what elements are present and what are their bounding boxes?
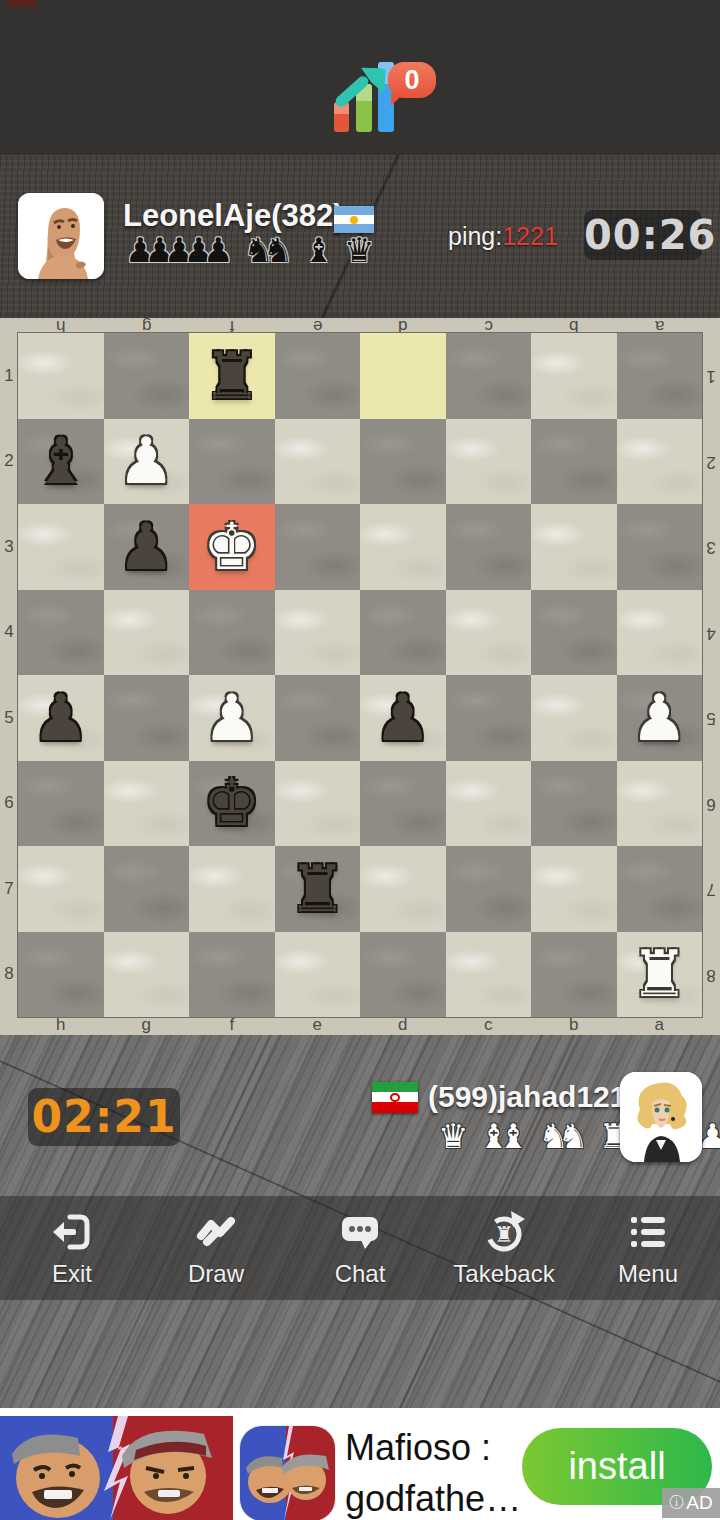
bottom-nav-bar: Exit Draw Chat ♜ Takeback — [0, 1196, 720, 1300]
black-king-f6: ♚ — [189, 761, 275, 847]
square-a1[interactable] — [617, 333, 703, 419]
captured-b-icon: ♝ — [498, 1116, 528, 1156]
square-c8[interactable] — [446, 932, 532, 1018]
square-e1[interactable] — [275, 333, 361, 419]
white-pawn-g2: ♟ — [104, 419, 190, 505]
square-g3[interactable]: ♟ — [104, 504, 190, 590]
square-a5[interactable]: ♟ — [617, 675, 703, 761]
ad-attribution-badge[interactable]: ⓘAD — [662, 1488, 720, 1518]
chess-board: ♜♝♟♟♚♟♟♟♟♚♜♜ — [18, 333, 702, 1017]
square-b3[interactable] — [531, 504, 617, 590]
menu-icon — [624, 1208, 672, 1256]
exit-icon — [48, 1208, 96, 1256]
ping-value: 1221 — [502, 222, 558, 250]
square-a8[interactable]: ♜ — [617, 932, 703, 1018]
square-f5[interactable]: ♟ — [189, 675, 275, 761]
coord-label: f — [189, 318, 275, 334]
black-rook-f1: ♜ — [189, 333, 275, 419]
ad-banner[interactable]: Mafioso : godfathe… install ⓘAD — [0, 1408, 720, 1520]
square-g8[interactable] — [104, 932, 190, 1018]
file-labels-top: hgfedcba — [18, 318, 702, 334]
square-d7[interactable] — [360, 846, 446, 932]
square-h3[interactable] — [18, 504, 104, 590]
coord-label: 8 — [0, 932, 18, 1018]
nav-label: Menu — [576, 1260, 720, 1288]
square-a2[interactable] — [617, 419, 703, 505]
rank-labels-right: 12345678 — [702, 333, 720, 1017]
captured-q-icon: ♛ — [438, 1116, 468, 1156]
square-c3[interactable] — [446, 504, 532, 590]
game-screen: 0 LeonelAje(382) ♟♟♟♟♟♞♞♝♛ ping:1221 00:… — [0, 0, 720, 1520]
black-bishop-h2: ♝ — [18, 419, 104, 505]
square-c4[interactable] — [446, 590, 532, 676]
coord-label: 1 — [702, 333, 720, 419]
square-c6[interactable] — [446, 761, 532, 847]
square-d8[interactable] — [360, 932, 446, 1018]
top-app-bar: 0 — [0, 0, 720, 155]
square-b7[interactable] — [531, 846, 617, 932]
white-rook-a8: ♜ — [617, 932, 703, 1018]
menu-button[interactable]: Menu — [576, 1208, 720, 1288]
square-a6[interactable] — [617, 761, 703, 847]
coord-label: h — [18, 1017, 104, 1035]
black-rook-e7: ♜ — [275, 846, 361, 932]
opponent-clock: 00:26 — [584, 210, 702, 260]
ad-title-line2: godfathe… — [345, 1473, 521, 1520]
coord-label: 8 — [702, 932, 720, 1018]
rank-labels-left: 12345678 — [0, 333, 18, 1017]
player-avatar[interactable] — [620, 1072, 702, 1162]
square-h4[interactable] — [18, 590, 104, 676]
square-c7[interactable] — [446, 846, 532, 932]
svg-text:♜: ♜ — [494, 1222, 514, 1247]
chat-icon — [336, 1208, 384, 1256]
captured-n-icon: ♞ — [263, 230, 293, 270]
coord-label: g — [104, 318, 190, 334]
square-d2[interactable] — [360, 419, 446, 505]
captured-b-icon: ♝ — [303, 230, 333, 270]
square-a4[interactable] — [617, 590, 703, 676]
captured-q-icon: ♛ — [344, 230, 374, 270]
square-g4[interactable] — [104, 590, 190, 676]
coord-label: e — [275, 1017, 361, 1035]
square-b2[interactable] — [531, 419, 617, 505]
square-e6[interactable] — [275, 761, 361, 847]
chess-board-panel: hgfedcba 12345678 12345678 ♜♝♟♟♚♟♟♟♟♚♜♜ … — [0, 318, 720, 1035]
file-labels-bottom: hgfedcba — [18, 1017, 702, 1035]
opponent-avatar[interactable] — [18, 193, 104, 279]
white-pawn-a5: ♟ — [617, 675, 703, 761]
coord-label: b — [531, 1017, 617, 1035]
exit-button[interactable]: Exit — [0, 1208, 144, 1288]
iran-flag — [372, 1082, 418, 1113]
square-e3[interactable] — [275, 504, 361, 590]
square-c5[interactable] — [446, 675, 532, 761]
square-f1[interactable]: ♜ — [189, 333, 275, 419]
square-g5[interactable] — [104, 675, 190, 761]
square-d4[interactable] — [360, 590, 446, 676]
ad-title[interactable]: Mafioso : godfathe… — [345, 1422, 521, 1520]
nav-label: Chat — [288, 1260, 432, 1288]
square-h5[interactable]: ♟ — [18, 675, 104, 761]
opponent-captured-pieces: ♟♟♟♟♟♞♞♝♛ — [125, 228, 374, 270]
chat-button[interactable]: Chat — [288, 1208, 432, 1288]
coord-label: h — [18, 318, 104, 334]
square-h7[interactable] — [18, 846, 104, 932]
square-c2[interactable] — [446, 419, 532, 505]
square-f2[interactable] — [189, 419, 275, 505]
square-g2[interactable]: ♟ — [104, 419, 190, 505]
handshake-icon — [192, 1208, 240, 1256]
coord-label: 5 — [0, 675, 18, 761]
coord-label: 4 — [702, 590, 720, 676]
coord-label: a — [617, 1017, 703, 1035]
square-d3[interactable] — [360, 504, 446, 590]
square-f6[interactable]: ♚ — [189, 761, 275, 847]
square-e8[interactable] — [275, 932, 361, 1018]
stats-chart-icon[interactable]: 0 — [330, 60, 450, 140]
square-e2[interactable] — [275, 419, 361, 505]
coord-label: 3 — [0, 504, 18, 590]
coord-label: 6 — [702, 761, 720, 847]
ad-creative-image[interactable] — [0, 1416, 233, 1520]
ad-title-line1: Mafioso : — [345, 1422, 521, 1473]
square-h1[interactable] — [18, 333, 104, 419]
square-h8[interactable] — [18, 932, 104, 1018]
captured-n-icon: ♞ — [558, 1116, 588, 1156]
square-h6[interactable] — [18, 761, 104, 847]
nav-label: Draw — [144, 1260, 288, 1288]
coord-label: d — [360, 318, 446, 334]
black-pawn-g3: ♟ — [104, 504, 190, 590]
square-h2[interactable]: ♝ — [18, 419, 104, 505]
square-f7[interactable] — [189, 846, 275, 932]
square-b5[interactable] — [531, 675, 617, 761]
square-d1[interactable] — [360, 333, 446, 419]
captured-p-icon: ♟ — [203, 230, 233, 270]
square-a3[interactable] — [617, 504, 703, 590]
coord-label: 4 — [0, 590, 18, 676]
square-a7[interactable] — [617, 846, 703, 932]
chart-arrow-head — [359, 67, 385, 93]
takeback-button[interactable]: ♜ Takeback — [432, 1208, 576, 1288]
ad-app-icon[interactable] — [240, 1426, 335, 1520]
coord-label: c — [446, 318, 532, 334]
coord-label: 7 — [0, 846, 18, 932]
square-f3[interactable]: ♚ — [189, 504, 275, 590]
ad-info-icon: ⓘ — [669, 1494, 683, 1512]
notification-badge[interactable]: 0 — [388, 62, 436, 98]
square-b6[interactable] — [531, 761, 617, 847]
white-pawn-f5: ♟ — [189, 675, 275, 761]
square-e4[interactable] — [275, 590, 361, 676]
square-b1[interactable] — [531, 333, 617, 419]
square-e7[interactable]: ♜ — [275, 846, 361, 932]
draw-button[interactable]: Draw — [144, 1208, 288, 1288]
coord-label: a — [617, 318, 703, 334]
black-pawn-d5: ♟ — [360, 675, 446, 761]
coord-label: d — [360, 1017, 446, 1035]
square-f4[interactable] — [189, 590, 275, 676]
coord-label: 5 — [702, 675, 720, 761]
coord-label: 2 — [702, 419, 720, 505]
square-d5[interactable]: ♟ — [360, 675, 446, 761]
square-e5[interactable] — [275, 675, 361, 761]
square-c1[interactable] — [446, 333, 532, 419]
coord-label: c — [446, 1017, 532, 1035]
square-g1[interactable] — [104, 333, 190, 419]
coord-label: 6 — [0, 761, 18, 847]
coord-label: 7 — [702, 846, 720, 932]
player-name: (599)jahad121 — [428, 1080, 626, 1114]
takeback-icon: ♜ — [480, 1208, 528, 1256]
coord-label: g — [104, 1017, 190, 1035]
square-g6[interactable] — [104, 761, 190, 847]
square-b8[interactable] — [531, 932, 617, 1018]
nav-label: Exit — [0, 1260, 144, 1288]
ping-indicator: ping:1221 — [448, 222, 558, 251]
status-chip — [8, 0, 36, 7]
square-b4[interactable] — [531, 590, 617, 676]
coord-label: b — [531, 318, 617, 334]
coord-label: f — [189, 1017, 275, 1035]
player-clock: 02:21 — [28, 1088, 180, 1146]
square-d6[interactable] — [360, 761, 446, 847]
coord-label: 3 — [702, 504, 720, 590]
square-f8[interactable] — [189, 932, 275, 1018]
square-g7[interactable] — [104, 846, 190, 932]
coord-label: e — [275, 318, 361, 334]
nav-label: Takeback — [432, 1260, 576, 1288]
ad-badge-label: AD — [686, 1492, 712, 1514]
black-pawn-h5: ♟ — [18, 675, 104, 761]
coord-label: 2 — [0, 419, 18, 505]
coord-label: 1 — [0, 333, 18, 419]
white-king-f3: ♚ — [189, 504, 275, 590]
